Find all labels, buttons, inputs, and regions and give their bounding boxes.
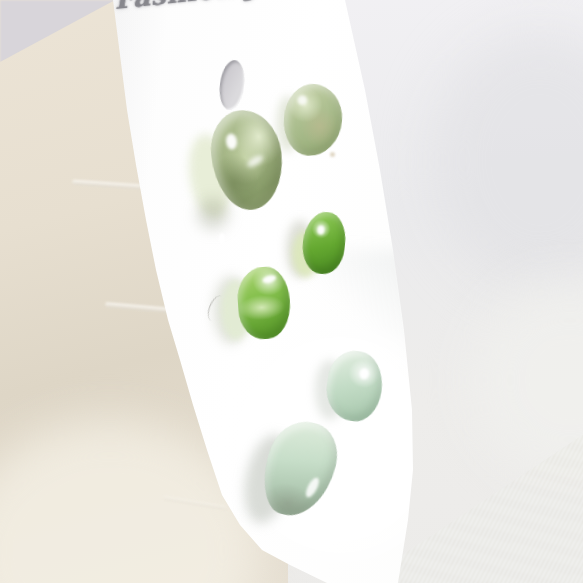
stone-highlight xyxy=(297,95,308,106)
jewelry-product-photo: Fashion Jewelry xyxy=(0,0,583,583)
stone-highlight xyxy=(359,368,369,380)
stone-highlight xyxy=(245,153,265,169)
stone-highlight xyxy=(303,476,321,500)
card-speck xyxy=(330,152,335,157)
card-speck xyxy=(219,233,225,244)
stone-highlight xyxy=(262,274,277,285)
stone-shadow xyxy=(197,198,229,230)
stone-highlight xyxy=(225,133,238,150)
stone-highlight xyxy=(317,225,325,235)
